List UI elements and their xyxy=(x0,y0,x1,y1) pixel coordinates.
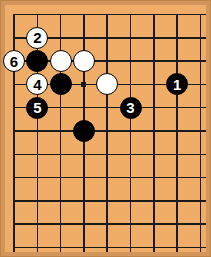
black-stone xyxy=(26,50,48,72)
black-stone xyxy=(73,120,95,142)
white-stone-move-6: 6 xyxy=(3,50,25,72)
grid-line-horizontal xyxy=(13,154,206,156)
grid-line-horizontal xyxy=(13,14,206,16)
black-stone-move-1: 1 xyxy=(166,73,188,95)
grid-line-vertical xyxy=(106,14,108,252)
grid-line-vertical xyxy=(130,14,132,252)
grid-line-vertical xyxy=(153,14,155,252)
grid-line-vertical xyxy=(200,14,202,252)
move-number-label: 5 xyxy=(33,100,41,115)
move-number-label: 1 xyxy=(173,77,181,92)
grid-line-horizontal xyxy=(13,223,206,225)
white-stone-move-2: 2 xyxy=(26,27,48,49)
white-stone xyxy=(50,50,72,72)
grid-line-horizontal xyxy=(13,177,206,179)
grid-line-horizontal xyxy=(13,247,206,249)
grid-line-horizontal xyxy=(13,200,206,202)
white-stone-move-4: 4 xyxy=(26,73,48,95)
board-overlay: 264153 xyxy=(0,0,211,257)
go-diagram: 264153 xyxy=(0,0,211,257)
move-number-label: 6 xyxy=(10,54,18,69)
move-number-label: 4 xyxy=(33,77,41,92)
white-stone xyxy=(73,50,95,72)
hoshi-point xyxy=(81,82,86,87)
white-stone xyxy=(96,73,118,95)
black-stone-move-3: 3 xyxy=(120,97,142,119)
board-border-frame: 264153 xyxy=(0,0,211,257)
black-stone-move-5: 5 xyxy=(26,97,48,119)
grid-line-vertical xyxy=(176,14,178,252)
move-number-label: 3 xyxy=(126,100,134,115)
grid-line-horizontal xyxy=(13,130,206,132)
move-number-label: 2 xyxy=(33,30,41,45)
black-stone xyxy=(50,73,72,95)
